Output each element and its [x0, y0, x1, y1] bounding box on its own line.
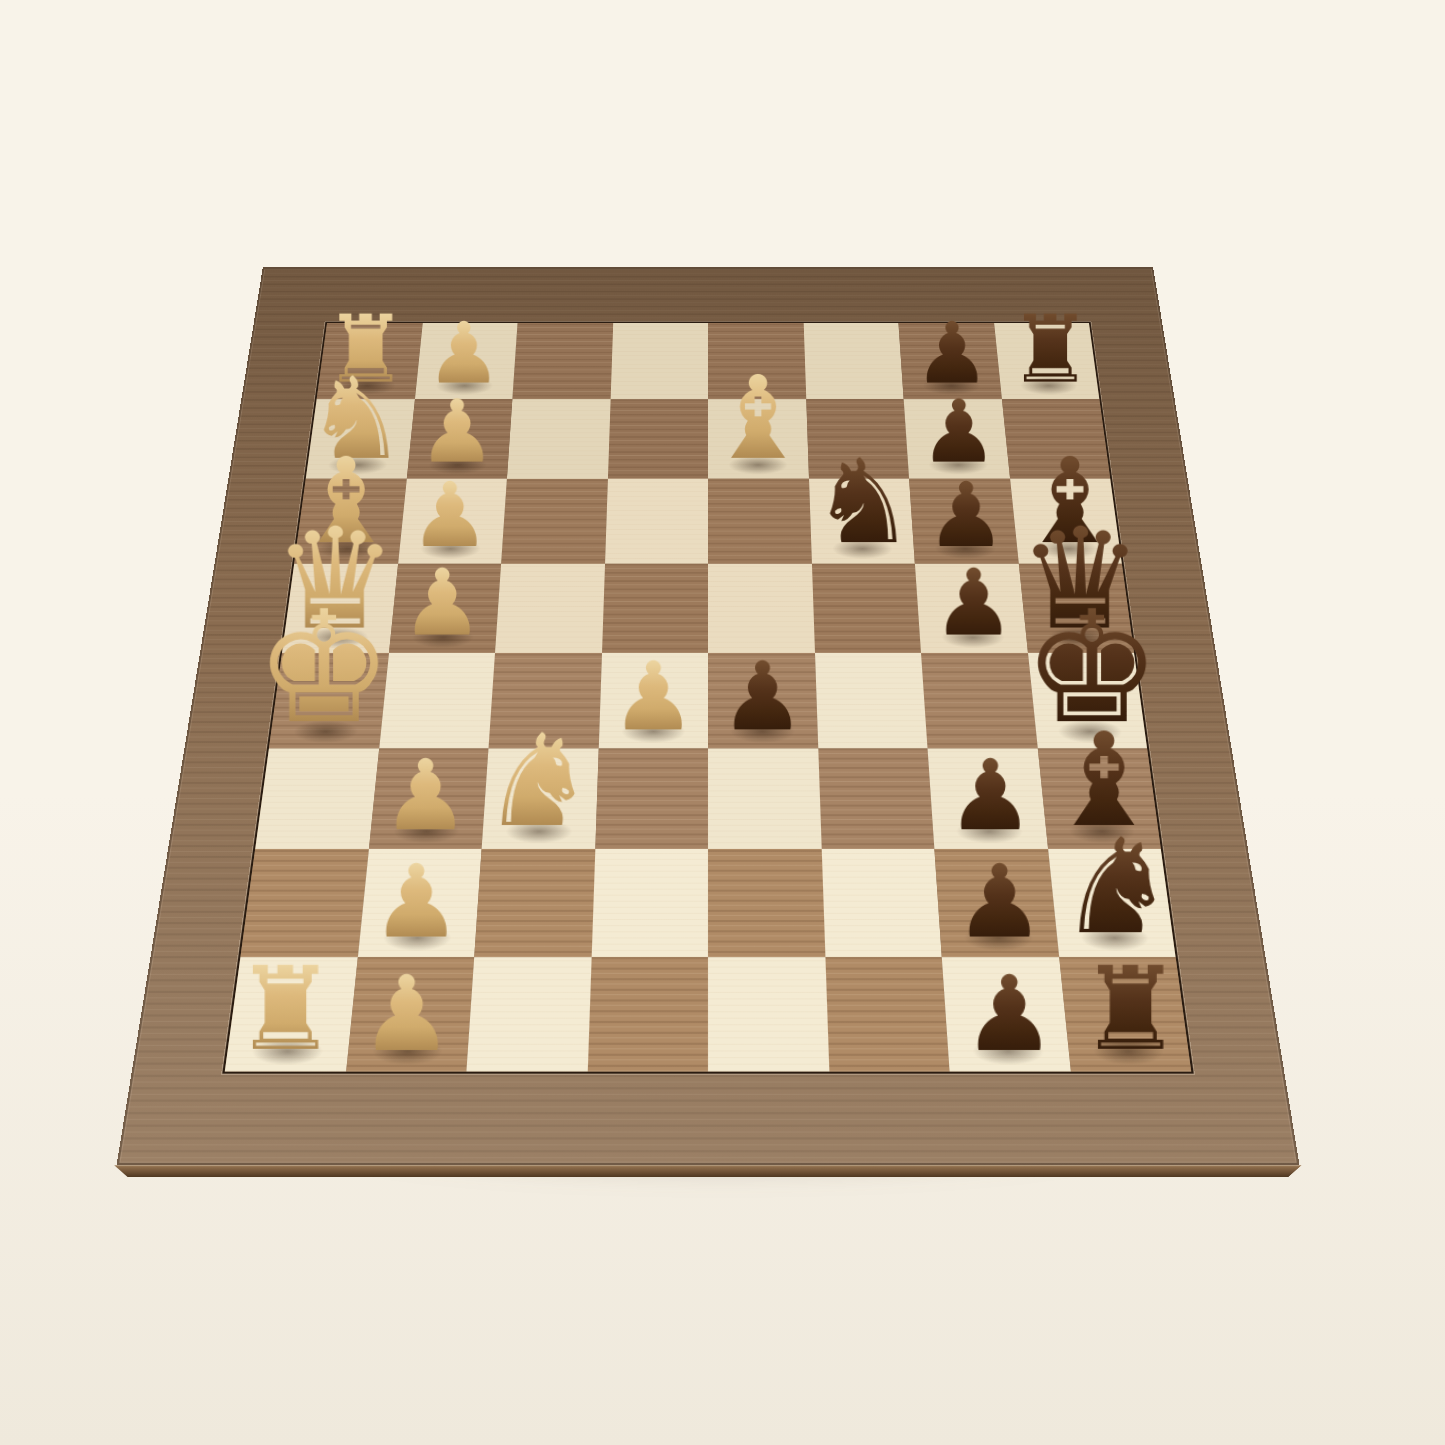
- square-g5: [708, 849, 825, 957]
- black-pawn-f7: ♟: [947, 747, 1035, 845]
- black-pawn-h7: ♟: [963, 963, 1056, 1067]
- black-pawn-d7: ♟: [933, 558, 1015, 650]
- square-a4: [610, 323, 708, 399]
- square-e7: [921, 653, 1037, 748]
- square-g7: ♟: [934, 849, 1058, 957]
- square-a8: ♜: [994, 323, 1100, 399]
- square-e4: ♟: [598, 653, 708, 748]
- square-c5: [708, 479, 811, 564]
- square-h1: ♜: [225, 957, 358, 1072]
- square-h5: [708, 957, 829, 1072]
- black-rook-a8: ♜: [1008, 302, 1092, 396]
- white-pawn-h2: ♟: [360, 963, 453, 1067]
- square-h6: [825, 957, 950, 1072]
- square-d4: [602, 563, 709, 653]
- white-pawn-e4: ♟: [611, 650, 696, 745]
- square-c4: [605, 479, 708, 564]
- square-g2: ♟: [357, 849, 481, 957]
- black-rook-h8: ♜: [1078, 951, 1182, 1067]
- square-e5: ♟: [708, 653, 818, 748]
- square-a3: [512, 323, 612, 399]
- white-king-e1: ♚: [255, 590, 393, 744]
- square-h7: ♟: [942, 957, 1071, 1072]
- square-d7: ♟: [915, 563, 1028, 653]
- square-g6: [821, 849, 942, 957]
- square-h8: ♜: [1059, 957, 1192, 1072]
- white-bishop-b5: ♝: [707, 361, 810, 476]
- board-front-edge: [114, 1165, 1302, 1177]
- photo-stage: ♜♟♟♜♞♟♝♟♝♟♞♟♝♛♟♟♛♚♟♟♚♟♞♟♝♟♟♞♜♟♟♜: [0, 0, 1445, 1445]
- white-pawn-f2: ♟: [382, 747, 470, 845]
- square-f3: ♞: [482, 748, 599, 849]
- square-c6: ♞: [809, 479, 915, 564]
- square-d2: ♟: [389, 563, 502, 653]
- white-knight-f3: ♞: [481, 718, 595, 845]
- square-b3: [507, 399, 610, 479]
- square-e1: ♚: [269, 653, 388, 748]
- black-knight-c6: ♞: [811, 444, 915, 560]
- square-f4: [595, 748, 708, 849]
- board-grid: ♜♟♟♜♞♟♝♟♝♟♞♟♝♛♟♟♛♚♟♟♚♟♞♟♝♟♟♞♜♟♟♜: [222, 322, 1194, 1074]
- white-pawn-g2: ♟: [371, 852, 461, 953]
- square-h4: [587, 957, 708, 1072]
- black-pawn-c7: ♟: [926, 471, 1006, 560]
- square-e6: [815, 653, 928, 748]
- square-d6: [811, 563, 921, 653]
- square-g3: [474, 849, 595, 957]
- square-d5: [708, 563, 815, 653]
- square-f6: [818, 748, 935, 849]
- black-pawn-e5: ♟: [720, 650, 805, 745]
- chess-board: ♜♟♟♜♞♟♝♟♝♟♞♟♝♛♟♟♛♚♟♟♚♟♞♟♝♟♟♞♜♟♟♜: [117, 267, 1300, 1165]
- square-a6: [803, 323, 903, 399]
- square-f5: [708, 748, 821, 849]
- square-h2: ♟: [346, 957, 475, 1072]
- square-b4: [607, 399, 708, 479]
- square-f2: ♟: [368, 748, 488, 849]
- square-c3: [501, 479, 607, 564]
- perspective-scene: ♜♟♟♜♞♟♝♟♝♟♞♟♝♛♟♟♛♚♟♟♚♟♞♟♝♟♟♞♜♟♟♜: [0, 0, 1445, 1445]
- black-knight-g8: ♞: [1058, 821, 1176, 953]
- white-pawn-d2: ♟: [401, 558, 483, 650]
- square-d3: [495, 563, 605, 653]
- square-f1: [255, 748, 379, 849]
- black-pawn-g7: ♟: [955, 852, 1045, 953]
- white-rook-h1: ♜: [234, 951, 338, 1067]
- square-g4: [591, 849, 708, 957]
- square-f7: ♟: [927, 748, 1047, 849]
- square-h3: [466, 957, 591, 1072]
- white-pawn-c2: ♟: [410, 471, 490, 560]
- square-e2: [379, 653, 495, 748]
- square-b5: ♝: [708, 399, 809, 479]
